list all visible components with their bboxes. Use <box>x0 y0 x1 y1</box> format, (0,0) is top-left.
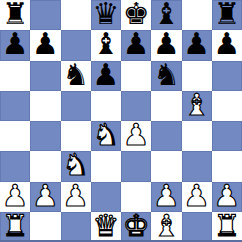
square-c2[interactable]: ♟ <box>61 182 91 212</box>
piece-white-pawn[interactable]: ♟ <box>2 181 29 211</box>
piece-black-bishop[interactable]: ♝ <box>153 0 180 29</box>
square-a5[interactable] <box>0 91 30 121</box>
piece-white-knight[interactable]: ♞ <box>62 150 89 180</box>
piece-white-pawn[interactable]: ♟ <box>32 181 59 211</box>
square-d6[interactable]: ♟ <box>91 61 121 91</box>
square-a7[interactable]: ♟ <box>0 30 30 60</box>
square-f5[interactable] <box>151 91 181 121</box>
square-d3[interactable] <box>91 151 121 181</box>
square-f4[interactable] <box>151 121 181 151</box>
piece-white-pawn[interactable]: ♟ <box>183 181 210 211</box>
square-d1[interactable]: ♛ <box>91 212 121 242</box>
piece-black-queen[interactable]: ♛ <box>92 0 119 29</box>
square-c8[interactable] <box>61 0 91 30</box>
square-g4[interactable] <box>182 121 212 151</box>
square-h1[interactable]: ♜ <box>212 212 242 242</box>
piece-black-knight[interactable]: ♞ <box>153 60 180 90</box>
piece-white-pawn[interactable]: ♟ <box>123 120 150 150</box>
square-h5[interactable] <box>212 91 242 121</box>
square-a4[interactable] <box>0 121 30 151</box>
square-f1[interactable]: ♝ <box>151 212 181 242</box>
piece-white-bishop[interactable]: ♝ <box>183 90 210 120</box>
square-c6[interactable]: ♞ <box>61 61 91 91</box>
square-c5[interactable] <box>61 91 91 121</box>
square-g7[interactable]: ♟ <box>182 30 212 60</box>
square-a6[interactable] <box>0 61 30 91</box>
piece-white-pawn[interactable]: ♟ <box>213 181 240 211</box>
square-h4[interactable] <box>212 121 242 151</box>
piece-black-pawn[interactable]: ♟ <box>32 29 59 59</box>
square-g1[interactable] <box>182 212 212 242</box>
square-e6[interactable] <box>121 61 151 91</box>
piece-black-king[interactable]: ♚ <box>123 0 150 29</box>
square-h6[interactable] <box>212 61 242 91</box>
piece-black-rook[interactable]: ♜ <box>213 0 240 29</box>
square-f6[interactable]: ♞ <box>151 61 181 91</box>
piece-white-rook[interactable]: ♜ <box>2 211 29 241</box>
piece-black-pawn[interactable]: ♟ <box>153 29 180 59</box>
square-b4[interactable] <box>30 121 60 151</box>
square-e3[interactable] <box>121 151 151 181</box>
square-a1[interactable]: ♜ <box>0 212 30 242</box>
square-c1[interactable] <box>61 212 91 242</box>
square-e7[interactable]: ♟ <box>121 30 151 60</box>
piece-white-rook[interactable]: ♜ <box>213 211 240 241</box>
piece-black-knight[interactable]: ♞ <box>62 60 89 90</box>
square-g5[interactable]: ♝ <box>182 91 212 121</box>
piece-black-pawn[interactable]: ♟ <box>213 29 240 59</box>
square-b7[interactable]: ♟ <box>30 30 60 60</box>
chess-board: ♜♛♚♝♜♟♟♝♟♟♟♟♞♟♞♝♞♟♞♟♟♟♟♟♟♜♛♚♝♜ <box>0 0 242 242</box>
piece-white-queen[interactable]: ♛ <box>92 211 119 241</box>
chess-board-wrap: ♜♛♚♝♜♟♟♝♟♟♟♟♞♟♞♝♞♟♞♟♟♟♟♟♟♜♛♚♝♜ <box>0 0 242 242</box>
square-e4[interactable]: ♟ <box>121 121 151 151</box>
piece-black-bishop[interactable]: ♝ <box>92 29 119 59</box>
square-b1[interactable] <box>30 212 60 242</box>
piece-black-pawn[interactable]: ♟ <box>92 60 119 90</box>
piece-black-pawn[interactable]: ♟ <box>2 29 29 59</box>
square-h7[interactable]: ♟ <box>212 30 242 60</box>
piece-black-rook[interactable]: ♜ <box>2 0 29 29</box>
square-d4[interactable]: ♞ <box>91 121 121 151</box>
square-b2[interactable]: ♟ <box>30 182 60 212</box>
piece-white-bishop[interactable]: ♝ <box>153 211 180 241</box>
piece-white-pawn[interactable]: ♟ <box>153 181 180 211</box>
square-b6[interactable] <box>30 61 60 91</box>
square-g2[interactable]: ♟ <box>182 182 212 212</box>
square-e1[interactable]: ♚ <box>121 212 151 242</box>
piece-black-pawn[interactable]: ♟ <box>183 29 210 59</box>
piece-white-king[interactable]: ♚ <box>123 211 150 241</box>
square-b5[interactable] <box>30 91 60 121</box>
piece-white-knight[interactable]: ♞ <box>92 120 119 150</box>
piece-black-pawn[interactable]: ♟ <box>123 29 150 59</box>
piece-white-pawn[interactable]: ♟ <box>62 181 89 211</box>
